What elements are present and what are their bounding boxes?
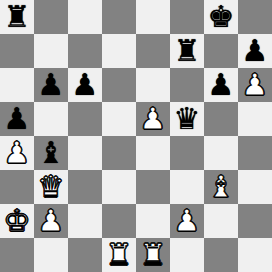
square-d8[interactable]	[102, 0, 136, 34]
square-g4[interactable]	[204, 136, 238, 170]
square-c5[interactable]	[68, 102, 102, 136]
square-h5[interactable]	[238, 102, 272, 136]
square-h4[interactable]	[238, 136, 272, 170]
square-d1[interactable]: ♜	[102, 238, 136, 272]
square-d4[interactable]	[102, 136, 136, 170]
square-e3[interactable]	[136, 170, 170, 204]
square-a1[interactable]	[0, 238, 34, 272]
black-pawn-icon: ♟	[72, 70, 99, 100]
square-h3[interactable]	[238, 170, 272, 204]
white-pawn-icon: ♟	[174, 206, 201, 236]
black-rook-icon: ♜	[4, 2, 31, 32]
black-pawn-icon: ♟	[38, 70, 65, 100]
square-h1[interactable]	[238, 238, 272, 272]
white-pawn-icon: ♟	[38, 206, 65, 236]
square-g2[interactable]	[204, 204, 238, 238]
square-g5[interactable]	[204, 102, 238, 136]
black-pawn-icon: ♟	[4, 104, 31, 134]
white-pawn-icon: ♟	[140, 104, 167, 134]
square-d7[interactable]	[102, 34, 136, 68]
square-g8[interactable]: ♚	[204, 0, 238, 34]
square-a3[interactable]	[0, 170, 34, 204]
square-g3[interactable]: ♝	[204, 170, 238, 204]
square-b2[interactable]: ♟	[34, 204, 68, 238]
square-a5[interactable]: ♟	[0, 102, 34, 136]
square-a8[interactable]: ♜	[0, 0, 34, 34]
square-d3[interactable]	[102, 170, 136, 204]
square-b8[interactable]	[34, 0, 68, 34]
black-pawn-icon: ♟	[208, 70, 235, 100]
square-f8[interactable]	[170, 0, 204, 34]
square-b5[interactable]	[34, 102, 68, 136]
square-e8[interactable]	[136, 0, 170, 34]
square-c8[interactable]	[68, 0, 102, 34]
square-g1[interactable]	[204, 238, 238, 272]
white-queen-icon: ♛	[38, 172, 65, 202]
square-e2[interactable]	[136, 204, 170, 238]
chess-board: ♜♚♜♟♟♟♟♟♟♟♛♟♝♛♝♚♟♟♜♜	[0, 0, 272, 272]
square-h8[interactable]	[238, 0, 272, 34]
square-e5[interactable]: ♟	[136, 102, 170, 136]
square-f3[interactable]	[170, 170, 204, 204]
square-h6[interactable]: ♟	[238, 68, 272, 102]
square-c4[interactable]	[68, 136, 102, 170]
square-e7[interactable]	[136, 34, 170, 68]
square-e1[interactable]: ♜	[136, 238, 170, 272]
square-c2[interactable]	[68, 204, 102, 238]
square-c3[interactable]	[68, 170, 102, 204]
black-queen-icon: ♛	[174, 104, 201, 134]
square-e4[interactable]	[136, 136, 170, 170]
black-pawn-icon: ♟	[242, 36, 269, 66]
square-d2[interactable]	[102, 204, 136, 238]
square-a4[interactable]: ♟	[0, 136, 34, 170]
square-a6[interactable]	[0, 68, 34, 102]
square-e6[interactable]	[136, 68, 170, 102]
white-rook-icon: ♜	[140, 240, 167, 270]
square-b3[interactable]: ♛	[34, 170, 68, 204]
square-f5[interactable]: ♛	[170, 102, 204, 136]
square-a2[interactable]: ♚	[0, 204, 34, 238]
square-g6[interactable]: ♟	[204, 68, 238, 102]
square-f4[interactable]	[170, 136, 204, 170]
white-pawn-icon: ♟	[242, 70, 269, 100]
square-f7[interactable]: ♜	[170, 34, 204, 68]
square-d6[interactable]	[102, 68, 136, 102]
square-h7[interactable]: ♟	[238, 34, 272, 68]
square-b4[interactable]: ♝	[34, 136, 68, 170]
white-bishop-icon: ♝	[208, 172, 235, 202]
square-f6[interactable]	[170, 68, 204, 102]
black-rook-icon: ♜	[174, 36, 201, 66]
square-c6[interactable]: ♟	[68, 68, 102, 102]
square-c7[interactable]	[68, 34, 102, 68]
square-a7[interactable]	[0, 34, 34, 68]
square-d5[interactable]	[102, 102, 136, 136]
white-rook-icon: ♜	[106, 240, 133, 270]
square-g7[interactable]	[204, 34, 238, 68]
square-b7[interactable]	[34, 34, 68, 68]
square-f2[interactable]: ♟	[170, 204, 204, 238]
square-c1[interactable]	[68, 238, 102, 272]
square-h2[interactable]	[238, 204, 272, 238]
chess-board-wrapper: ♜♚♜♟♟♟♟♟♟♟♛♟♝♛♝♚♟♟♜♜	[0, 0, 272, 272]
square-f1[interactable]	[170, 238, 204, 272]
white-pawn-icon: ♟	[4, 138, 31, 168]
white-king-icon: ♚	[4, 206, 31, 236]
black-king-icon: ♚	[208, 2, 235, 32]
square-b6[interactable]: ♟	[34, 68, 68, 102]
black-bishop-icon: ♝	[38, 138, 65, 168]
square-b1[interactable]	[34, 238, 68, 272]
